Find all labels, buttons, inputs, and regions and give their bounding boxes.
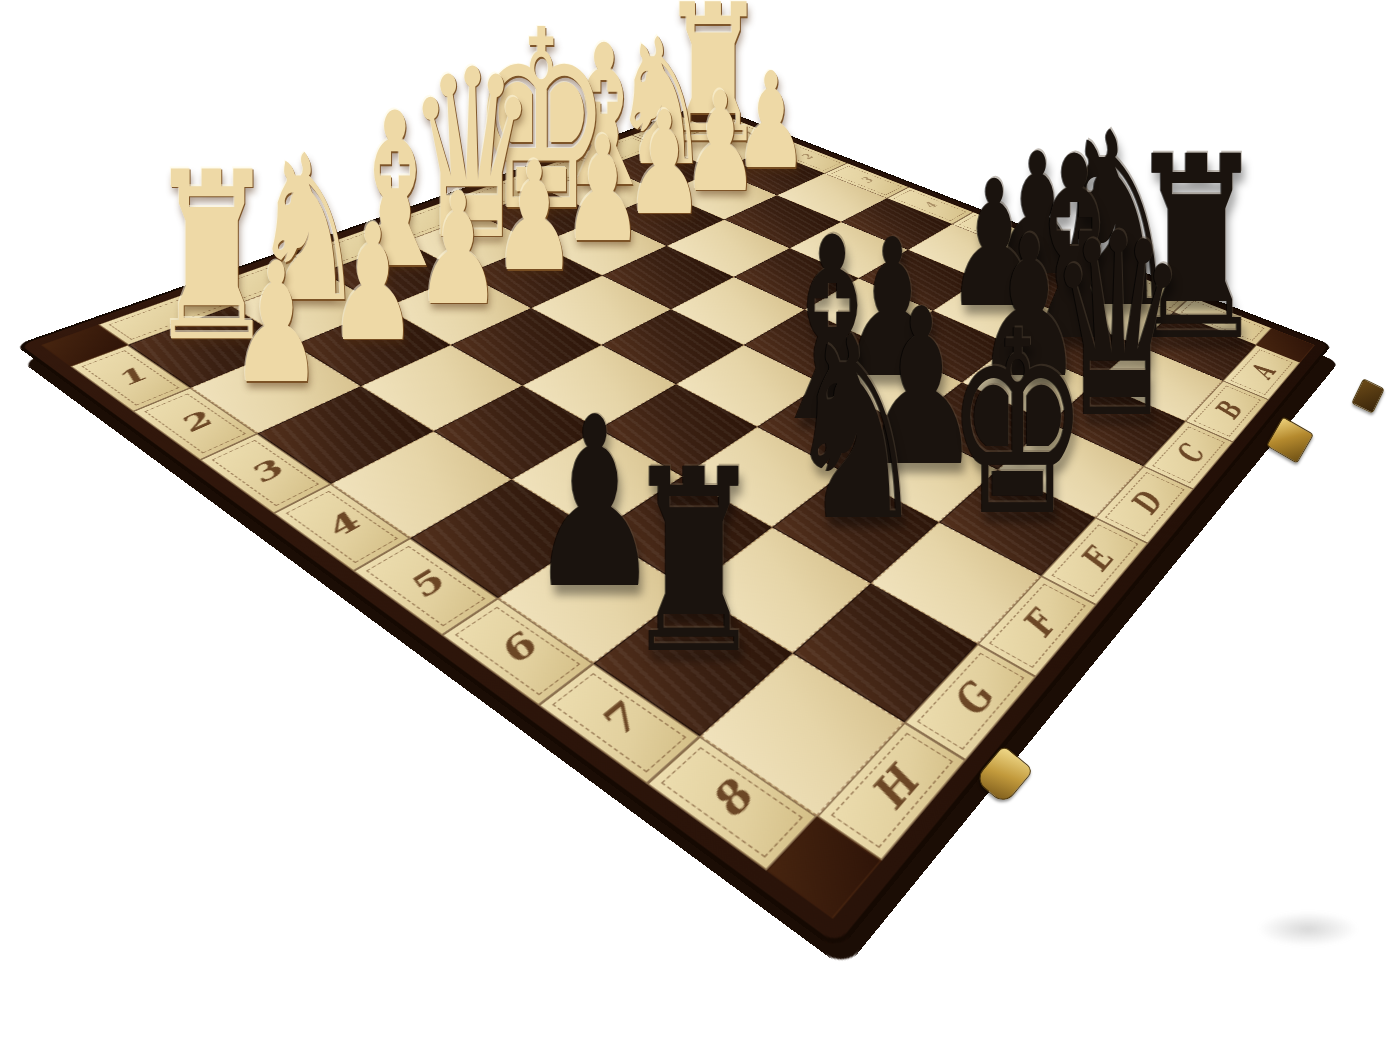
piece-b-r-h7[interactable]: ♜	[623, 436, 765, 689]
piece-w-p-h2[interactable]: ♟	[230, 241, 323, 407]
label-text: D	[1120, 487, 1170, 519]
photo-artifact	[1258, 912, 1358, 946]
label-text: F	[1011, 605, 1066, 643]
scene: 1122334455667788HGFEDCBA ♜♞♝♛♚♝♞♜♟♟♟♟♟♟♟…	[0, 0, 1388, 1040]
brass-hinge-icon	[1351, 378, 1385, 414]
piece-w-p-g2[interactable]: ♟	[328, 203, 419, 365]
piece-b-n-f7[interactable]: ♞	[785, 302, 927, 555]
label-text: B	[1206, 398, 1250, 424]
piece-w-p-e2[interactable]: ♟	[492, 142, 576, 292]
label-text: 3	[239, 456, 291, 487]
label-text: G	[940, 676, 1003, 724]
label-text: 4	[314, 509, 369, 543]
label-text: 8	[698, 774, 765, 827]
piece-w-p-f2[interactable]: ♟	[415, 171, 502, 326]
label-text: 2	[170, 408, 220, 436]
label-text: H	[858, 759, 930, 818]
piece-b-k-e8[interactable]: ♚	[947, 297, 1089, 550]
label-text: 5	[396, 566, 453, 604]
